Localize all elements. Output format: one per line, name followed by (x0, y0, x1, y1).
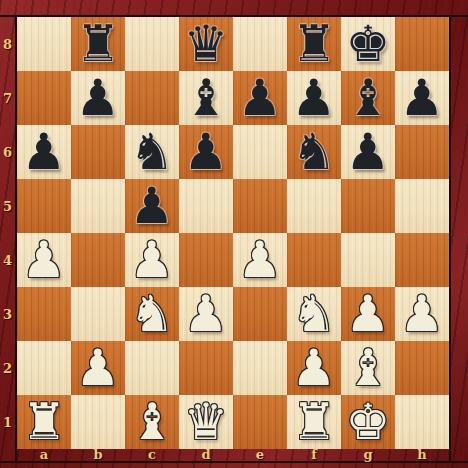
rank-label-2: 2 (0, 341, 15, 395)
white-knight[interactable]: ♞ (287, 287, 341, 341)
black-pawn[interactable]: ♟ (341, 125, 395, 179)
black-bishop[interactable]: ♝ (341, 71, 395, 125)
square-h5[interactable] (395, 179, 449, 233)
square-b6[interactable] (71, 125, 125, 179)
square-c4[interactable]: ♟ (125, 233, 179, 287)
square-d6[interactable]: ♟ (179, 125, 233, 179)
square-g5[interactable] (341, 179, 395, 233)
square-e1[interactable] (233, 395, 287, 449)
square-a4[interactable]: ♟ (17, 233, 71, 287)
rank-label-5: 5 (0, 179, 15, 233)
file-label-e: e (233, 449, 287, 461)
file-label-b: b (71, 449, 125, 461)
black-rook[interactable]: ♜ (71, 17, 125, 71)
chess-board-frame: ♜♛♜♚♟♝♟♟♝♟♟♞♟♞♟♟♟♟♟♞♟♞♟♟♟♟♝♜♝♛♜♚ 8765432… (0, 0, 468, 468)
square-h3[interactable]: ♟ (395, 287, 449, 341)
black-knight[interactable]: ♞ (125, 125, 179, 179)
white-knight[interactable]: ♞ (125, 287, 179, 341)
square-c7[interactable] (125, 71, 179, 125)
white-pawn[interactable]: ♟ (179, 287, 233, 341)
square-g3[interactable]: ♟ (341, 287, 395, 341)
square-c1[interactable]: ♝ (125, 395, 179, 449)
rank-label-6: 6 (0, 125, 15, 179)
square-e6[interactable] (233, 125, 287, 179)
chess-board: ♜♛♜♚♟♝♟♟♝♟♟♞♟♞♟♟♟♟♟♞♟♞♟♟♟♟♝♜♝♛♜♚ (17, 17, 449, 449)
white-pawn[interactable]: ♟ (17, 233, 71, 287)
file-label-f: f (287, 449, 341, 461)
square-b7[interactable]: ♟ (71, 71, 125, 125)
square-f8[interactable]: ♜ (287, 17, 341, 71)
square-e7[interactable]: ♟ (233, 71, 287, 125)
square-h2[interactable] (395, 341, 449, 395)
black-queen[interactable]: ♛ (179, 17, 233, 71)
square-g6[interactable]: ♟ (341, 125, 395, 179)
white-king[interactable]: ♚ (341, 395, 395, 449)
black-pawn[interactable]: ♟ (233, 71, 287, 125)
file-label-d: d (179, 449, 233, 461)
square-b5[interactable] (71, 179, 125, 233)
rank-labels: 87654321 (0, 17, 15, 449)
square-h4[interactable] (395, 233, 449, 287)
square-g4[interactable] (341, 233, 395, 287)
frame-line-top (0, 15, 468, 17)
square-d4[interactable] (179, 233, 233, 287)
square-c8[interactable] (125, 17, 179, 71)
square-e3[interactable] (233, 287, 287, 341)
square-g7[interactable]: ♝ (341, 71, 395, 125)
white-bishop[interactable]: ♝ (341, 341, 395, 395)
square-b2[interactable]: ♟ (71, 341, 125, 395)
square-c6[interactable]: ♞ (125, 125, 179, 179)
square-f4[interactable] (287, 233, 341, 287)
square-h8[interactable] (395, 17, 449, 71)
black-king[interactable]: ♚ (341, 17, 395, 71)
black-rook[interactable]: ♜ (287, 17, 341, 71)
black-pawn[interactable]: ♟ (179, 125, 233, 179)
black-pawn[interactable]: ♟ (17, 125, 71, 179)
black-pawn[interactable]: ♟ (395, 71, 449, 125)
square-g2[interactable]: ♝ (341, 341, 395, 395)
square-b1[interactable] (71, 395, 125, 449)
file-labels: abcdefgh (17, 449, 449, 461)
square-h7[interactable]: ♟ (395, 71, 449, 125)
white-bishop[interactable]: ♝ (125, 395, 179, 449)
rank-label-7: 7 (0, 71, 15, 125)
square-e5[interactable] (233, 179, 287, 233)
square-a6[interactable]: ♟ (17, 125, 71, 179)
white-pawn[interactable]: ♟ (233, 233, 287, 287)
square-d8[interactable]: ♛ (179, 17, 233, 71)
square-d3[interactable]: ♟ (179, 287, 233, 341)
square-g8[interactable]: ♚ (341, 17, 395, 71)
white-pawn[interactable]: ♟ (287, 341, 341, 395)
white-pawn[interactable]: ♟ (71, 341, 125, 395)
square-a2[interactable] (17, 341, 71, 395)
frame-line-right (449, 15, 451, 463)
black-knight[interactable]: ♞ (287, 125, 341, 179)
square-c3[interactable]: ♞ (125, 287, 179, 341)
rank-label-3: 3 (0, 287, 15, 341)
square-h6[interactable] (395, 125, 449, 179)
square-d7[interactable]: ♝ (179, 71, 233, 125)
square-a7[interactable] (17, 71, 71, 125)
square-b3[interactable] (71, 287, 125, 341)
square-c2[interactable] (125, 341, 179, 395)
white-pawn[interactable]: ♟ (125, 233, 179, 287)
square-a8[interactable] (17, 17, 71, 71)
file-label-c: c (125, 449, 179, 461)
black-pawn[interactable]: ♟ (287, 71, 341, 125)
white-pawn[interactable]: ♟ (395, 287, 449, 341)
square-a5[interactable] (17, 179, 71, 233)
rank-label-4: 4 (0, 233, 15, 287)
square-d2[interactable] (179, 341, 233, 395)
square-f6[interactable]: ♞ (287, 125, 341, 179)
square-f1[interactable]: ♜ (287, 395, 341, 449)
frame-line-bottom (0, 461, 468, 463)
file-label-g: g (341, 449, 395, 461)
white-rook[interactable]: ♜ (17, 395, 71, 449)
square-f7[interactable]: ♟ (287, 71, 341, 125)
black-bishop[interactable]: ♝ (179, 71, 233, 125)
square-f3[interactable]: ♞ (287, 287, 341, 341)
frame-line-left (15, 15, 17, 463)
file-label-a: a (17, 449, 71, 461)
square-d5[interactable] (179, 179, 233, 233)
white-pawn[interactable]: ♟ (341, 287, 395, 341)
square-f2[interactable]: ♟ (287, 341, 341, 395)
rank-label-8: 8 (0, 17, 15, 71)
square-e4[interactable]: ♟ (233, 233, 287, 287)
square-h1[interactable] (395, 395, 449, 449)
white-queen[interactable]: ♛ (179, 395, 233, 449)
square-e8[interactable] (233, 17, 287, 71)
square-f5[interactable] (287, 179, 341, 233)
black-pawn[interactable]: ♟ (71, 71, 125, 125)
black-pawn[interactable]: ♟ (125, 179, 179, 233)
square-b4[interactable] (71, 233, 125, 287)
square-g1[interactable]: ♚ (341, 395, 395, 449)
square-a3[interactable] (17, 287, 71, 341)
square-d1[interactable]: ♛ (179, 395, 233, 449)
square-b8[interactable]: ♜ (71, 17, 125, 71)
white-rook[interactable]: ♜ (287, 395, 341, 449)
square-e2[interactable] (233, 341, 287, 395)
square-c5[interactable]: ♟ (125, 179, 179, 233)
file-label-h: h (395, 449, 449, 461)
square-a1[interactable]: ♜ (17, 395, 71, 449)
rank-label-1: 1 (0, 395, 15, 449)
